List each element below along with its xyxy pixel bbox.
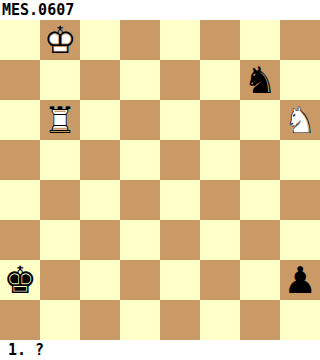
square-c8[interactable] <box>80 20 120 60</box>
square-a4[interactable] <box>0 180 40 220</box>
square-a8[interactable] <box>0 20 40 60</box>
square-f5[interactable] <box>200 140 240 180</box>
black-king-glyph: ♚ <box>0 260 40 300</box>
square-e8[interactable] <box>160 20 200 60</box>
square-c1[interactable] <box>80 300 120 340</box>
piece-white-knight[interactable]: ♞♘ <box>280 100 320 140</box>
square-h5[interactable] <box>280 140 320 180</box>
square-h4[interactable] <box>280 180 320 220</box>
square-g8[interactable] <box>240 20 280 60</box>
square-e5[interactable] <box>160 140 200 180</box>
square-e7[interactable] <box>160 60 200 100</box>
white-knight-outline: ♘ <box>280 100 320 140</box>
square-f2[interactable] <box>200 260 240 300</box>
square-c5[interactable] <box>80 140 120 180</box>
square-c4[interactable] <box>80 180 120 220</box>
square-h1[interactable] <box>280 300 320 340</box>
square-b3[interactable] <box>40 220 80 260</box>
square-b5[interactable] <box>40 140 80 180</box>
square-d1[interactable] <box>120 300 160 340</box>
piece-black-knight[interactable]: ♞ <box>240 60 280 100</box>
square-a3[interactable] <box>0 220 40 260</box>
square-e6[interactable] <box>160 100 200 140</box>
square-a2[interactable]: ♚ <box>0 260 40 300</box>
square-a5[interactable] <box>0 140 40 180</box>
square-d8[interactable] <box>120 20 160 60</box>
square-f7[interactable] <box>200 60 240 100</box>
chess-puzzle-app: MES.0607 ♚♔♞♜♖♞♘♚♟ 1. ? <box>0 0 320 360</box>
square-f3[interactable] <box>200 220 240 260</box>
square-d2[interactable] <box>120 260 160 300</box>
puzzle-id: MES.0607 <box>0 0 320 20</box>
square-b7[interactable] <box>40 60 80 100</box>
square-g1[interactable] <box>240 300 280 340</box>
square-b2[interactable] <box>40 260 80 300</box>
square-h6[interactable]: ♞♘ <box>280 100 320 140</box>
square-c2[interactable] <box>80 260 120 300</box>
square-g4[interactable] <box>240 180 280 220</box>
white-rook-outline: ♖ <box>40 100 80 140</box>
square-h3[interactable] <box>280 220 320 260</box>
piece-black-king[interactable]: ♚ <box>0 260 40 300</box>
square-g7[interactable]: ♞ <box>240 60 280 100</box>
square-d3[interactable] <box>120 220 160 260</box>
square-c7[interactable] <box>80 60 120 100</box>
piece-white-rook[interactable]: ♜♖ <box>40 100 80 140</box>
square-g3[interactable] <box>240 220 280 260</box>
piece-white-king[interactable]: ♚♔ <box>40 20 80 60</box>
piece-black-pawn[interactable]: ♟ <box>280 260 320 300</box>
square-e4[interactable] <box>160 180 200 220</box>
white-king-outline: ♔ <box>40 20 80 60</box>
square-d7[interactable] <box>120 60 160 100</box>
square-b1[interactable] <box>40 300 80 340</box>
square-a6[interactable] <box>0 100 40 140</box>
move-prompt: 1. ? <box>0 340 320 360</box>
square-d4[interactable] <box>120 180 160 220</box>
square-b6[interactable]: ♜♖ <box>40 100 80 140</box>
square-d6[interactable] <box>120 100 160 140</box>
square-h2[interactable]: ♟ <box>280 260 320 300</box>
square-a7[interactable] <box>0 60 40 100</box>
square-e2[interactable] <box>160 260 200 300</box>
black-knight-glyph: ♞ <box>240 60 280 100</box>
square-f6[interactable] <box>200 100 240 140</box>
square-c3[interactable] <box>80 220 120 260</box>
chess-board: ♚♔♞♜♖♞♘♚♟ <box>0 20 320 340</box>
square-f4[interactable] <box>200 180 240 220</box>
square-b8[interactable]: ♚♔ <box>40 20 80 60</box>
square-e3[interactable] <box>160 220 200 260</box>
square-g6[interactable] <box>240 100 280 140</box>
black-pawn-glyph: ♟ <box>280 260 320 300</box>
square-g2[interactable] <box>240 260 280 300</box>
square-b4[interactable] <box>40 180 80 220</box>
square-e1[interactable] <box>160 300 200 340</box>
square-f1[interactable] <box>200 300 240 340</box>
square-h7[interactable] <box>280 60 320 100</box>
square-h8[interactable] <box>280 20 320 60</box>
square-f8[interactable] <box>200 20 240 60</box>
square-c6[interactable] <box>80 100 120 140</box>
square-g5[interactable] <box>240 140 280 180</box>
square-a1[interactable] <box>0 300 40 340</box>
square-d5[interactable] <box>120 140 160 180</box>
